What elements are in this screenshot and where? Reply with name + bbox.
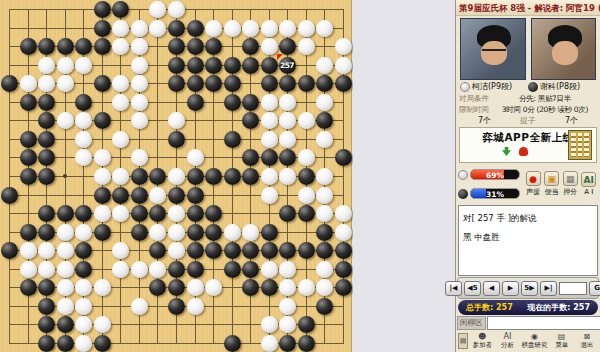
black-stone	[94, 187, 111, 204]
conditions-value: 分先: 黑贴7目半	[493, 94, 597, 104]
button-label: A I	[584, 188, 593, 196]
white-stone	[149, 187, 166, 204]
black-stone	[75, 205, 92, 222]
white-stone	[316, 187, 333, 204]
white-stone	[94, 168, 111, 185]
white-stone	[261, 112, 278, 129]
white-stone	[112, 38, 129, 55]
menu-icon: ▤	[558, 332, 566, 341]
black-stone	[38, 112, 55, 129]
black-stone	[279, 38, 296, 55]
white-stone	[168, 112, 185, 129]
move-number-input[interactable]	[559, 282, 587, 295]
white-captures: 7个	[478, 115, 491, 126]
white-player-row: 柯洁(P9段)	[460, 81, 528, 92]
white-stone	[316, 20, 333, 37]
tomato-button[interactable]: ●声援	[524, 171, 542, 197]
side-toggle-button[interactable]: ▤	[458, 333, 468, 349]
black-stone	[279, 335, 296, 352]
toolbar-label: 棋盘研究	[522, 341, 548, 350]
black-stone	[168, 20, 185, 37]
black-stone	[205, 75, 222, 92]
white-stone	[57, 242, 74, 259]
white-stone	[316, 261, 333, 278]
toolbar-exit[interactable]: ⊠退出	[576, 332, 598, 350]
black-stone	[261, 75, 278, 92]
black-stone	[205, 242, 222, 259]
white-stone	[205, 279, 222, 296]
black-stone	[112, 187, 129, 204]
black-stone	[75, 94, 92, 111]
white-player-name: 柯洁(P9段)	[472, 81, 512, 92]
white-stone-icon	[458, 170, 468, 180]
black-stone	[168, 261, 185, 278]
white-stone	[261, 261, 278, 278]
go-board[interactable]: 257	[0, 0, 352, 352]
last-move-number: 257	[279, 57, 296, 74]
white-stone	[279, 20, 296, 37]
white-stone	[112, 261, 129, 278]
black-stone	[168, 187, 185, 204]
black-winrate-bar: 31%	[470, 188, 520, 199]
white-stone	[261, 316, 278, 333]
black-winrate-value: 31%	[471, 189, 519, 199]
toolbar-label: 退出	[580, 341, 593, 350]
black-stone	[57, 335, 74, 352]
white-stone	[298, 112, 315, 129]
black-stone	[94, 75, 111, 92]
white-stone	[38, 261, 55, 278]
black-stone	[94, 224, 111, 241]
person-icon: ☻	[478, 332, 486, 341]
toolbar-label: 菜单	[555, 341, 568, 350]
white-stone	[75, 57, 92, 74]
black-stone	[224, 131, 241, 148]
toolbar-ai[interactable]: AI分析	[496, 332, 518, 350]
black-stone	[187, 75, 204, 92]
black-stone	[261, 242, 278, 259]
black-stone	[149, 242, 166, 259]
black-stone	[187, 224, 204, 241]
black-stone	[57, 38, 74, 55]
white-winrate-row: 69%	[458, 169, 524, 180]
black-stone	[131, 224, 148, 241]
commentary-line: 对[ 257 手 ]的解说	[463, 209, 593, 228]
white-stone	[187, 149, 204, 166]
white-stone	[57, 57, 74, 74]
black-stone	[1, 75, 18, 92]
toolbar-label: 参加者	[472, 341, 492, 350]
black-stone	[20, 168, 37, 185]
game-title: 第9届应氏杯 8强 - 解说者: 阿官19 (	[456, 0, 600, 16]
black-stone	[38, 224, 55, 241]
white-stone	[38, 75, 55, 92]
ai-icon: AI	[503, 332, 511, 341]
button-label: 声援	[526, 187, 540, 197]
black-stone	[38, 168, 55, 185]
black-stone	[38, 38, 55, 55]
white-stone	[94, 279, 111, 296]
black-stone	[187, 187, 204, 204]
white-stone	[298, 187, 315, 204]
exit-icon: ⊠	[584, 332, 591, 341]
coins-button[interactable]: ▦押分	[561, 171, 579, 197]
black-stone	[242, 279, 259, 296]
commentary-box: 对[ 257 手 ]的解说 黑 中盘胜	[458, 205, 598, 276]
white-stone	[261, 94, 278, 111]
black-stone	[298, 242, 315, 259]
white-stone	[298, 20, 315, 37]
black-stone	[94, 1, 111, 18]
black-stone	[94, 112, 111, 129]
black-stone	[20, 279, 37, 296]
black-stone	[131, 205, 148, 222]
white-stone	[316, 168, 333, 185]
photo-silhouette	[552, 41, 578, 65]
black-stone	[75, 261, 92, 278]
white-stone	[168, 205, 185, 222]
white-stone	[316, 94, 333, 111]
white-stone	[149, 1, 166, 18]
black-stone-icon	[458, 189, 468, 199]
black-stone	[279, 149, 296, 166]
white-stone	[224, 224, 241, 241]
white-stone	[112, 168, 129, 185]
white-stone	[279, 298, 296, 315]
black-stone	[205, 38, 222, 55]
black-stone	[187, 57, 204, 74]
white-stone	[94, 149, 111, 166]
black-stone	[279, 75, 296, 92]
white-stone	[57, 112, 74, 129]
black-stone	[224, 242, 241, 259]
black-stone	[242, 149, 259, 166]
black-stone	[94, 38, 111, 55]
black-stone-icon	[528, 82, 538, 92]
black-stone	[224, 261, 241, 278]
black-stone	[298, 335, 315, 352]
black-stone	[298, 205, 315, 222]
total-moves: 总手数: 257	[466, 302, 513, 313]
white-stone	[335, 38, 352, 55]
black-stone	[224, 168, 241, 185]
white-stone	[242, 224, 259, 241]
black-stone	[112, 1, 129, 18]
vending-machine-icon	[568, 130, 592, 160]
white-stone	[279, 261, 296, 278]
black-stone	[38, 131, 55, 148]
white-stone	[131, 38, 148, 55]
white-stone	[112, 20, 129, 37]
captures-row: 7个 提子 7个	[456, 115, 600, 126]
white-stone	[94, 316, 111, 333]
controls-row: 69% 31% ●声援▣便当▦押分AIA I	[456, 164, 600, 204]
chat-tab[interactable]: 闲聊区	[457, 316, 486, 330]
black-stone	[242, 94, 259, 111]
black-stone	[38, 298, 55, 315]
black-stone	[187, 242, 204, 259]
white-stone	[298, 38, 315, 55]
white-stone	[112, 205, 129, 222]
black-stone	[75, 242, 92, 259]
black-player-photo	[531, 18, 597, 80]
player-names: 柯洁(P9段) 谢科(P8段)	[456, 80, 600, 93]
coins-icon: ▦	[563, 171, 578, 186]
board-icon: ◉	[531, 332, 538, 341]
go-button[interactable]: GO	[589, 281, 600, 296]
nav-button-last[interactable]: ▶|	[540, 281, 557, 296]
black-stone	[149, 205, 166, 222]
black-captures: 7个	[565, 115, 578, 126]
toolbar-person[interactable]: ☻参加者	[471, 332, 493, 350]
black-stone	[20, 149, 37, 166]
black-stone	[20, 131, 37, 148]
white-stone	[131, 57, 148, 74]
white-stone	[261, 131, 278, 148]
black-stone	[242, 38, 259, 55]
black-stone	[261, 224, 278, 241]
black-stone	[168, 57, 185, 74]
conditions-label: 对局条件	[459, 94, 493, 104]
black-stone	[187, 205, 204, 222]
white-stone	[38, 242, 55, 259]
black-stone	[205, 224, 222, 241]
white-stone	[242, 20, 259, 37]
action-buttons: ●声援▣便当▦押分AIA I	[524, 165, 598, 203]
black-stone	[242, 242, 259, 259]
black-stone	[94, 20, 111, 37]
nav-button-back5[interactable]: ◀5	[464, 281, 481, 296]
white-stone	[75, 298, 92, 315]
white-stone	[131, 298, 148, 315]
black-stone	[279, 242, 296, 259]
bottom-toolbar: ▤ ☻参加者AI分析◉棋盘研究▤菜单⊠退出	[456, 330, 600, 352]
ad-banner[interactable]: 弈城APP全新上线	[459, 127, 597, 163]
black-stone	[335, 149, 352, 166]
white-stone	[131, 75, 148, 92]
black-stone	[205, 168, 222, 185]
white-stone	[279, 131, 296, 148]
black-winrate-row: 31%	[458, 188, 524, 199]
time-label: 限制时间	[459, 105, 493, 115]
black-stone	[242, 261, 259, 278]
black-stone	[224, 75, 241, 92]
black-stone	[335, 242, 352, 259]
white-winrate-value: 69%	[471, 170, 519, 180]
star-point	[63, 174, 67, 178]
white-stone	[112, 94, 129, 111]
white-stone	[279, 112, 296, 129]
winrate-bars: 69% 31%	[458, 165, 524, 203]
green-arrow-icon	[502, 147, 511, 156]
black-stone	[149, 168, 166, 185]
white-player-photo	[460, 18, 526, 80]
white-stone	[75, 316, 92, 333]
black-stone	[316, 224, 333, 241]
white-stone	[279, 168, 296, 185]
white-stone	[279, 94, 296, 111]
time-value: 3时间 0分 (20秒 读秒 0次)	[493, 105, 597, 115]
black-stone	[316, 75, 333, 92]
black-stone	[224, 57, 241, 74]
chat-row: 闲聊区	[456, 316, 600, 330]
banner-icons	[502, 147, 528, 156]
globe-icon: AI	[581, 172, 596, 187]
white-stone	[75, 149, 92, 166]
black-stone	[187, 38, 204, 55]
white-stone	[187, 298, 204, 315]
tomato-icon: ●	[526, 171, 541, 186]
black-stone	[38, 335, 55, 352]
white-stone	[149, 261, 166, 278]
globe-button[interactable]: AIA I	[580, 172, 598, 196]
black-stone	[279, 205, 296, 222]
black-stone	[1, 242, 18, 259]
white-stone	[57, 298, 74, 315]
black-stone	[38, 279, 55, 296]
captures-label: 提子	[520, 115, 536, 126]
white-stone	[261, 168, 278, 185]
right-panel: 第9届应氏杯 8强 - 解说者: 阿官19 ( 柯洁(P9段) 谢科(P8段) …	[455, 0, 600, 352]
white-stone	[57, 279, 74, 296]
white-stone	[75, 112, 92, 129]
white-stone	[75, 279, 92, 296]
white-stone	[38, 57, 55, 74]
black-stone	[261, 57, 278, 74]
black-stone	[20, 224, 37, 241]
black-stone	[261, 279, 278, 296]
white-stone	[168, 224, 185, 241]
black-stone	[187, 94, 204, 111]
white-stone	[261, 20, 278, 37]
white-stone	[57, 224, 74, 241]
white-stone	[131, 112, 148, 129]
black-stone	[57, 205, 74, 222]
panel-gap	[353, 0, 455, 352]
white-stone	[20, 261, 37, 278]
white-stone	[131, 261, 148, 278]
white-stone	[149, 224, 166, 241]
glasses-shape	[482, 49, 506, 55]
black-stone	[168, 279, 185, 296]
white-stone	[112, 75, 129, 92]
time-row: 限制时间 3时间 0分 (20秒 读秒 0次)	[456, 104, 600, 115]
black-stone	[335, 279, 352, 296]
white-stone	[279, 316, 296, 333]
black-stone	[1, 187, 18, 204]
white-stone	[316, 205, 333, 222]
black-stone	[242, 168, 259, 185]
white-stone	[168, 242, 185, 259]
black-stone	[242, 57, 259, 74]
black-stone	[335, 75, 352, 92]
white-stone	[168, 168, 185, 185]
white-stone	[205, 20, 222, 37]
white-stone	[335, 224, 352, 241]
white-stone	[131, 20, 148, 37]
black-stone	[205, 205, 222, 222]
red-cup-icon	[519, 147, 528, 156]
black-stone	[187, 261, 204, 278]
nav-button-fwd5[interactable]: 5▶	[521, 281, 538, 296]
black-stone	[149, 279, 166, 296]
black-stone	[38, 149, 55, 166]
black-stone	[168, 298, 185, 315]
nav-button-back[interactable]: ◀	[483, 281, 500, 296]
black-stone	[38, 316, 55, 333]
black-stone	[168, 131, 185, 148]
white-stone	[316, 279, 333, 296]
white-stone	[131, 149, 148, 166]
nav-button-first[interactable]: |◀	[445, 281, 462, 296]
current-move: 现在的手数: 257	[527, 302, 590, 313]
black-stone	[38, 94, 55, 111]
black-stone	[94, 335, 111, 352]
white-stone	[279, 279, 296, 296]
white-stone-icon	[460, 82, 470, 92]
white-stone	[94, 205, 111, 222]
black-stone	[131, 168, 148, 185]
black-stone	[316, 242, 333, 259]
toolbar-menu[interactable]: ▤菜单	[551, 332, 573, 350]
button-label: 押分	[563, 187, 577, 197]
white-stone	[168, 1, 185, 18]
conditions-row: 对局条件 分先: 黑贴7目半	[456, 93, 600, 104]
black-stone	[131, 187, 148, 204]
black-stone	[20, 94, 37, 111]
white-stone	[224, 20, 241, 37]
white-stone	[20, 242, 37, 259]
white-stone	[261, 187, 278, 204]
black-stone	[168, 75, 185, 92]
white-stone	[131, 94, 148, 111]
black-stone	[168, 38, 185, 55]
black-stone	[75, 38, 92, 55]
black-stone	[20, 38, 37, 55]
black-stone	[187, 168, 204, 185]
black-stone	[205, 57, 222, 74]
black-stone	[298, 75, 315, 92]
black-stone	[298, 168, 315, 185]
white-stone	[112, 131, 129, 148]
black-stone: 257	[279, 57, 296, 74]
black-stone	[57, 316, 74, 333]
white-stone	[261, 335, 278, 352]
white-stone	[112, 242, 129, 259]
white-stone	[298, 279, 315, 296]
lunchbox-button[interactable]: ▣便当	[543, 171, 561, 197]
black-player-row: 谢科(P8段)	[528, 81, 596, 92]
black-stone	[187, 20, 204, 37]
white-winrate-bar: 69%	[470, 169, 520, 180]
black-stone	[316, 298, 333, 315]
white-stone	[316, 57, 333, 74]
white-stone	[149, 20, 166, 37]
toolbar-board[interactable]: ◉棋盘研究	[522, 332, 548, 350]
black-stone	[38, 205, 55, 222]
white-stone	[75, 335, 92, 352]
nav-button-forward[interactable]: ▶	[502, 281, 519, 296]
white-stone	[187, 279, 204, 296]
chat-input[interactable]	[487, 316, 600, 330]
move-counter-bar: 总手数: 257 现在的手数: 257	[458, 300, 598, 315]
black-stone	[335, 261, 352, 278]
black-stone	[242, 112, 259, 129]
white-stone	[75, 131, 92, 148]
lunchbox-icon: ▣	[544, 171, 559, 186]
white-stone	[298, 149, 315, 166]
move-navigation: |◀◀5◀▶5▶▶|GO	[457, 277, 599, 299]
